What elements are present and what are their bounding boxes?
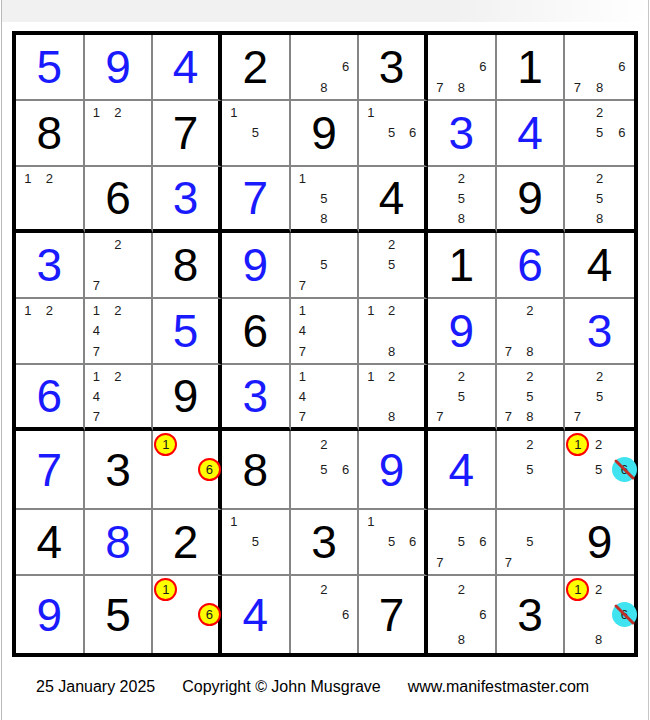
candidate-digit: 6 (472, 602, 494, 627)
candidate-digit: 5 (589, 457, 608, 482)
given-digit: 7 (379, 592, 405, 638)
candidate-digit: 5 (451, 188, 473, 208)
cell-r1c6[interactable]: 3 (359, 35, 428, 101)
cell-r4c5[interactable]: 57 (291, 233, 360, 299)
cell-r7c8[interactable]: 25 (497, 431, 566, 510)
given-digit: 2 (173, 519, 199, 565)
solved-digit: 3 (243, 373, 269, 419)
cell-r4c8[interactable]: 6 (497, 233, 566, 299)
cell-r4c1[interactable]: 3 (16, 233, 85, 299)
cell-r3c3[interactable]: 3 (153, 167, 222, 233)
cell-r4c4[interactable]: 9 (222, 233, 291, 299)
candidate-digit: 5 (245, 123, 267, 144)
cell-r3c5[interactable]: 158 (291, 167, 360, 233)
solved-digit: 3 (37, 242, 63, 288)
solved-digit: 9 (105, 44, 131, 90)
candidate-digit: 4 (86, 321, 108, 342)
given-digit: 9 (587, 519, 613, 565)
candidate-digit: 1 (17, 168, 39, 188)
candidate-grid: 68 (291, 35, 358, 99)
candidate-grid: 256 (291, 431, 358, 508)
cell-r8c2[interactable]: 8 (85, 510, 154, 576)
candidate-digit: 2 (519, 432, 541, 457)
page-right-border (648, 0, 649, 720)
solved-digit: 9 (379, 447, 405, 493)
candidate-digit: 7 (86, 275, 108, 296)
candidate-digit: 2 (313, 577, 335, 602)
solved-digit: 4 (173, 44, 199, 90)
candidate-digit: 7 (498, 552, 520, 573)
given-digit: 4 (37, 519, 63, 565)
cell-r5c4[interactable]: 6 (222, 299, 291, 365)
candidate-highlight-yellow: 1 (154, 578, 177, 601)
candidate-digit: 7 (86, 406, 108, 426)
cell-r2c7[interactable]: 3 (428, 101, 497, 167)
page: 5942683678167881271591563425612637158425… (0, 0, 650, 720)
candidate-digit: 1 (360, 511, 381, 532)
cell-r7c9[interactable]: 1256 (565, 431, 634, 510)
cell-r8c1[interactable]: 4 (16, 510, 85, 576)
cell-r1c2[interactable]: 9 (85, 35, 154, 101)
cell-r2c3[interactable]: 7 (153, 101, 222, 167)
cell-r6c9[interactable]: 257 (565, 365, 634, 431)
solved-digit: 7 (37, 447, 63, 493)
candidate-digit: 2 (451, 366, 473, 386)
candidate-grid: 15 (222, 101, 289, 165)
candidate-digit: 2 (589, 432, 608, 457)
cell-r3c1[interactable]: 12 (16, 167, 85, 233)
candidate-digit: 1 (360, 102, 381, 123)
footer-website: www.manifestmaster.com (408, 678, 589, 696)
candidate-digit: 8 (313, 77, 335, 98)
cell-r7c6[interactable]: 9 (359, 431, 428, 510)
candidate-digit: 2 (107, 234, 129, 255)
cell-r6c8[interactable]: 2578 (497, 365, 566, 431)
candidate-digit: 5 (519, 457, 541, 482)
candidate-grid: 567 (428, 510, 495, 574)
candidate-digit: 7 (429, 406, 451, 426)
candidate-digit: 8 (451, 77, 473, 98)
candidate-digit: 7 (566, 77, 588, 98)
candidate-grid: 16 (153, 431, 218, 508)
solved-digit: 4 (517, 110, 543, 156)
candidate-digit: 1 (86, 300, 108, 321)
cell-r5c1[interactable]: 12 (16, 299, 85, 365)
given-digit: 3 (311, 519, 337, 565)
candidate-grid: 258 (565, 167, 634, 229)
cell-r7c5[interactable]: 256 (291, 431, 360, 510)
candidate-digit: 2 (39, 168, 61, 188)
candidate-digit: 8 (381, 341, 402, 362)
cell-r5c9[interactable]: 3 (565, 299, 634, 365)
candidate-eliminated-cyan: 6 (612, 602, 637, 627)
candidate-grid: 1268 (565, 576, 634, 653)
cell-r9c3[interactable]: 16 (153, 576, 222, 653)
solved-digit: 9 (37, 592, 63, 638)
cell-r9c7[interactable]: 268 (428, 576, 497, 653)
candidate-grid: 278 (497, 299, 564, 363)
cell-r5c6[interactable]: 128 (359, 299, 428, 365)
candidate-grid: 678 (565, 35, 634, 99)
candidate-digit: 2 (39, 300, 61, 321)
candidate-digit: 1 (223, 102, 245, 123)
candidate-digit: 1 (223, 511, 245, 532)
candidate-digit: 7 (429, 77, 451, 98)
given-digit: 1 (449, 242, 475, 288)
cell-r2c9[interactable]: 256 (565, 101, 634, 167)
solved-digit: 3 (587, 308, 613, 354)
candidate-digit: 2 (381, 366, 402, 386)
candidate-digit: 2 (107, 366, 129, 386)
candidate-digit: 7 (566, 406, 588, 426)
candidate-grid: 268 (428, 576, 495, 653)
candidate-grid: 156 (359, 101, 424, 165)
candidate-digit: 6 (402, 123, 423, 144)
candidate-grid: 1247 (85, 365, 152, 427)
footer-date: 25 January 2025 (36, 678, 155, 696)
candidate-digit: 5 (313, 188, 335, 208)
cell-r3c8[interactable]: 9 (497, 167, 566, 233)
candidate-digit: 8 (451, 627, 473, 652)
candidate-eliminated-cyan: 6 (612, 457, 637, 482)
cell-r2c1[interactable]: 8 (16, 101, 85, 167)
candidate-grid: 147 (291, 299, 358, 363)
candidate-digit: 1 (17, 300, 39, 321)
solved-digit: 5 (173, 308, 199, 354)
given-digit: 9 (311, 110, 337, 156)
given-digit: 8 (37, 110, 63, 156)
given-digit: 3 (379, 44, 405, 90)
cell-r6c5[interactable]: 147 (291, 365, 360, 431)
solved-digit: 7 (243, 175, 269, 221)
given-digit: 7 (173, 110, 199, 156)
candidate-grid: 57 (497, 510, 564, 574)
candidate-digit: 8 (313, 208, 335, 228)
cell-r6c4[interactable]: 3 (222, 365, 291, 431)
cell-r1c7[interactable]: 678 (428, 35, 497, 101)
candidate-grid: 128 (359, 365, 424, 427)
candidate-digit: 6 (335, 457, 357, 482)
solved-digit: 4 (243, 592, 269, 638)
given-digit: 8 (173, 242, 199, 288)
cell-r9c1[interactable]: 9 (16, 576, 85, 653)
candidate-digit: 5 (589, 386, 611, 406)
page-left-border (1, 0, 2, 720)
cell-r5c8[interactable]: 278 (497, 299, 566, 365)
candidate-grid: 256 (565, 101, 634, 165)
solved-digit: 9 (449, 308, 475, 354)
candidate-digit: 2 (381, 300, 402, 321)
candidate-digit: 6 (335, 57, 357, 78)
cell-r9c4[interactable]: 4 (222, 576, 291, 653)
given-digit: 4 (379, 175, 405, 221)
candidate-digit: 2 (589, 577, 608, 602)
candidate-digit: 5 (381, 255, 402, 276)
candidate-digit: 1 (86, 102, 108, 123)
candidate-digit: 6 (472, 57, 494, 78)
cell-r7c2[interactable]: 3 (85, 431, 154, 510)
candidate-grid: 1247 (85, 299, 152, 363)
candidate-grid: 128 (359, 299, 424, 363)
candidate-grid: 26 (291, 576, 358, 653)
candidate-grid: 12 (16, 167, 83, 229)
candidate-highlight-yellow: 1 (154, 433, 177, 456)
candidate-grid: 12 (16, 299, 83, 363)
candidate-digit: 5 (589, 123, 611, 144)
candidate-grid: 678 (428, 35, 495, 99)
candidate-digit: 2 (589, 102, 611, 123)
candidate-digit: 7 (498, 406, 520, 426)
candidate-digit: 6 (335, 602, 357, 627)
solved-digit: 3 (173, 175, 199, 221)
given-digit: 5 (105, 592, 131, 638)
cell-r3c4[interactable]: 7 (222, 167, 291, 233)
candidate-digit: 6 (611, 123, 633, 144)
cell-r8c6[interactable]: 156 (359, 510, 428, 576)
footer: 25 January 2025 Copyright © John Musgrav… (36, 678, 589, 696)
cell-r5c5[interactable]: 147 (291, 299, 360, 365)
given-digit: 8 (243, 447, 269, 493)
cell-r3c6[interactable]: 4 (359, 167, 428, 233)
candidate-digit: 2 (313, 432, 335, 457)
cell-r7c7[interactable]: 4 (428, 431, 497, 510)
cell-r5c2[interactable]: 1247 (85, 299, 154, 365)
candidate-digit: 1 (292, 300, 314, 321)
candidate-digit: 1 (86, 366, 108, 386)
solved-digit: 9 (243, 242, 269, 288)
candidate-digit: 5 (519, 532, 541, 553)
cell-r3c9[interactable]: 258 (565, 167, 634, 233)
candidate-grid: 57 (291, 233, 358, 297)
candidate-grid: 25 (497, 431, 564, 508)
candidate-highlight-yellow: 6 (198, 458, 221, 481)
candidate-highlight-yellow: 6 (198, 603, 221, 626)
candidate-digit: 5 (381, 123, 402, 144)
given-digit: 9 (173, 373, 199, 419)
cell-r4c7[interactable]: 1 (428, 233, 497, 299)
candidate-highlight-yellow: 1 (566, 433, 589, 456)
given-digit: 3 (517, 592, 543, 638)
solved-digit: 4 (449, 447, 475, 493)
cell-r6c6[interactable]: 128 (359, 365, 428, 431)
cell-r4c2[interactable]: 27 (85, 233, 154, 299)
cell-r1c1[interactable]: 5 (16, 35, 85, 101)
candidate-digit: 7 (86, 341, 108, 362)
candidate-grid: 1256 (565, 431, 634, 508)
cell-r8c3[interactable]: 2 (153, 510, 222, 576)
candidate-digit: 2 (381, 234, 402, 255)
cell-r7c1[interactable]: 7 (16, 431, 85, 510)
candidate-digit: 8 (589, 208, 611, 228)
cell-r9c5[interactable]: 26 (291, 576, 360, 653)
candidate-digit: 1 (292, 168, 314, 188)
cell-r1c5[interactable]: 68 (291, 35, 360, 101)
cell-r1c9[interactable]: 678 (565, 35, 634, 101)
candidate-grid: 258 (428, 167, 495, 229)
candidate-digit: 2 (589, 366, 611, 386)
candidate-digit: 8 (589, 77, 611, 98)
given-digit: 4 (587, 242, 613, 288)
given-digit: 6 (105, 175, 131, 221)
candidate-digit: 5 (589, 188, 611, 208)
candidate-grid: 158 (291, 167, 358, 229)
cell-r7c4[interactable]: 8 (222, 431, 291, 510)
window-chrome-bar (2, 0, 648, 22)
candidate-digit: 5 (451, 532, 473, 553)
candidate-digit: 2 (107, 300, 129, 321)
cell-r1c3[interactable]: 4 (153, 35, 222, 101)
candidate-digit: 4 (86, 386, 108, 406)
candidate-digit: 1 (360, 300, 381, 321)
candidate-digit: 4 (292, 321, 314, 342)
candidate-digit: 5 (451, 386, 473, 406)
candidate-digit: 6 (402, 532, 423, 553)
cell-r8c4[interactable]: 15 (222, 510, 291, 576)
solved-digit: 3 (449, 110, 475, 156)
cell-r6c1[interactable]: 6 (16, 365, 85, 431)
candidate-digit: 2 (451, 577, 473, 602)
cell-r9c2[interactable]: 5 (85, 576, 154, 653)
candidate-digit: 2 (451, 168, 473, 188)
cell-r8c5[interactable]: 3 (291, 510, 360, 576)
candidate-digit: 6 (611, 57, 633, 78)
solved-digit: 5 (37, 44, 63, 90)
candidate-digit: 5 (519, 386, 541, 406)
candidate-digit: 8 (519, 341, 541, 362)
cell-r6c3[interactable]: 9 (153, 365, 222, 431)
cell-r2c8[interactable]: 4 (497, 101, 566, 167)
cell-r6c7[interactable]: 257 (428, 365, 497, 431)
candidate-digit: 8 (589, 627, 608, 652)
candidate-grid: 156 (359, 510, 424, 574)
candidate-digit: 7 (292, 341, 314, 362)
cell-r8c7[interactable]: 567 (428, 510, 497, 576)
candidate-grid: 147 (291, 365, 358, 427)
given-digit: 1 (517, 44, 543, 90)
candidate-digit: 8 (381, 406, 402, 426)
cell-r2c6[interactable]: 156 (359, 101, 428, 167)
candidate-grid: 27 (85, 233, 152, 297)
cell-r4c3[interactable]: 8 (153, 233, 222, 299)
cell-r5c3[interactable]: 5 (153, 299, 222, 365)
candidate-digit: 5 (245, 532, 267, 553)
candidate-grid: 257 (428, 365, 495, 427)
candidate-digit: 4 (292, 386, 314, 406)
candidate-grid: 257 (565, 365, 634, 427)
candidate-grid: 25 (359, 233, 424, 297)
candidate-digit: 6 (472, 532, 494, 553)
cell-r9c8[interactable]: 3 (497, 576, 566, 653)
footer-copyright: Copyright © John Musgrave (182, 678, 381, 696)
candidate-grid: 12 (85, 101, 152, 165)
candidate-digit: 7 (429, 552, 451, 573)
cell-r7c3[interactable]: 16 (153, 431, 222, 510)
candidate-digit: 1 (292, 366, 314, 386)
solved-digit: 6 (37, 373, 63, 419)
cell-r1c4[interactable]: 2 (222, 35, 291, 101)
cell-r2c4[interactable]: 15 (222, 101, 291, 167)
cell-r3c7[interactable]: 258 (428, 167, 497, 233)
candidate-digit: 8 (451, 208, 473, 228)
candidate-digit: 2 (519, 366, 541, 386)
candidate-grid: 15 (222, 510, 289, 574)
cell-r3c2[interactable]: 6 (85, 167, 154, 233)
cell-r8c8[interactable]: 57 (497, 510, 566, 576)
candidate-digit: 2 (589, 168, 611, 188)
candidate-digit: 8 (519, 406, 541, 426)
cell-r8c9[interactable]: 9 (565, 510, 634, 576)
solved-digit: 6 (517, 242, 543, 288)
given-digit: 6 (243, 308, 269, 354)
cell-r2c5[interactable]: 9 (291, 101, 360, 167)
cell-r4c6[interactable]: 25 (359, 233, 428, 299)
candidate-digit: 7 (292, 275, 314, 296)
candidate-digit: 7 (292, 406, 314, 426)
candidate-digit: 2 (107, 102, 129, 123)
candidate-digit: 2 (519, 300, 541, 321)
candidate-digit: 5 (381, 532, 402, 553)
cell-r9c6[interactable]: 7 (359, 576, 428, 653)
candidate-digit: 5 (313, 457, 335, 482)
given-digit: 2 (243, 44, 269, 90)
candidate-highlight-yellow: 1 (566, 578, 589, 601)
sudoku-board: 5942683678167881271591563425612637158425… (12, 31, 638, 657)
candidate-digit: 7 (498, 341, 520, 362)
cell-r5c7[interactable]: 9 (428, 299, 497, 365)
candidate-digit: 5 (313, 255, 335, 276)
cell-r9c9[interactable]: 1268 (565, 576, 634, 653)
cell-r1c8[interactable]: 1 (497, 35, 566, 101)
candidate-grid: 16 (153, 576, 218, 653)
given-digit: 9 (517, 175, 543, 221)
cell-r2c2[interactable]: 12 (85, 101, 154, 167)
given-digit: 3 (105, 447, 131, 493)
cell-r6c2[interactable]: 1247 (85, 365, 154, 431)
solved-digit: 8 (105, 519, 131, 565)
cell-r4c9[interactable]: 4 (565, 233, 634, 299)
candidate-grid: 2578 (497, 365, 564, 427)
candidate-digit: 1 (360, 366, 381, 386)
